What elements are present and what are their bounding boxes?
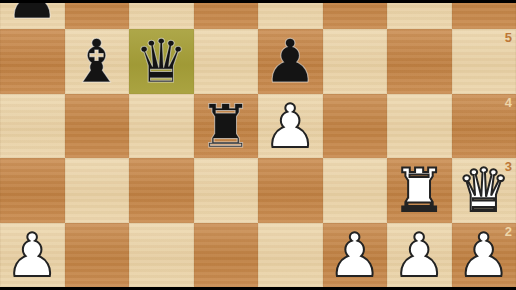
square-d4[interactable]: ♜︎ — [194, 94, 259, 159]
white-queen-h3[interactable]: ♛︎ — [452, 158, 516, 223]
rank-label-4: 4 — [505, 96, 512, 109]
square-g2[interactable]: ♟︎ — [387, 223, 452, 288]
square-f2[interactable]: ♟︎ — [323, 223, 388, 288]
square-d3[interactable] — [194, 158, 259, 223]
square-g6[interactable] — [387, 3, 452, 29]
square-b4[interactable] — [65, 94, 130, 159]
square-h3[interactable]: 3♛︎ — [452, 158, 516, 223]
square-b2[interactable] — [65, 223, 130, 288]
square-d5[interactable] — [194, 29, 259, 94]
square-h5[interactable]: 5 — [452, 29, 516, 94]
board-viewport: ♟︎♝︎♛︎♟︎5♜︎♟︎4♜︎3♛︎♟︎♟︎♟︎2♟︎ — [0, 3, 516, 287]
square-c2[interactable] — [129, 223, 194, 288]
white-pawn-h2[interactable]: ♟︎ — [452, 223, 516, 288]
square-b5[interactable]: ♝︎ — [65, 29, 130, 94]
white-pawn-f2[interactable]: ♟︎ — [323, 223, 388, 288]
black-pawn-e5[interactable]: ♟︎ — [258, 29, 323, 94]
square-a6[interactable]: ♟︎ — [0, 3, 65, 29]
white-pawn-e4[interactable]: ♟︎ — [258, 94, 323, 159]
square-c5[interactable]: ♛︎ — [129, 29, 194, 94]
square-e2[interactable] — [258, 223, 323, 288]
black-bishop-b5[interactable]: ♝︎ — [65, 29, 130, 94]
square-g5[interactable] — [387, 29, 452, 94]
black-queen-c5[interactable]: ♛︎ — [129, 29, 194, 94]
square-d2[interactable] — [194, 223, 259, 288]
square-a2[interactable]: ♟︎ — [0, 223, 65, 288]
square-c6[interactable] — [129, 3, 194, 29]
square-c4[interactable] — [129, 94, 194, 159]
square-h2[interactable]: 2♟︎ — [452, 223, 516, 288]
square-b6[interactable] — [65, 3, 130, 29]
black-pawn-a6[interactable]: ♟︎ — [0, 3, 65, 29]
square-b3[interactable] — [65, 158, 130, 223]
black-rook-d4[interactable]: ♜︎ — [194, 94, 259, 159]
rank-label-5: 5 — [505, 31, 512, 44]
square-f3[interactable] — [323, 158, 388, 223]
square-d6[interactable] — [194, 3, 259, 29]
square-e4[interactable]: ♟︎ — [258, 94, 323, 159]
white-pawn-a2[interactable]: ♟︎ — [0, 223, 65, 288]
square-a5[interactable] — [0, 29, 65, 94]
square-f5[interactable] — [323, 29, 388, 94]
square-g3[interactable]: ♜︎ — [387, 158, 452, 223]
square-h4[interactable]: 4 — [452, 94, 516, 159]
square-a3[interactable] — [0, 158, 65, 223]
chess-board: ♟︎♝︎♛︎♟︎5♜︎♟︎4♜︎3♛︎♟︎♟︎♟︎2♟︎ — [0, 3, 516, 287]
white-pawn-g2[interactable]: ♟︎ — [387, 223, 452, 288]
white-rook-g3[interactable]: ♜︎ — [387, 158, 452, 223]
square-e5[interactable]: ♟︎ — [258, 29, 323, 94]
square-h6[interactable] — [452, 3, 516, 29]
square-a4[interactable] — [0, 94, 65, 159]
square-e3[interactable] — [258, 158, 323, 223]
square-e6[interactable] — [258, 3, 323, 29]
square-f4[interactable] — [323, 94, 388, 159]
square-f6[interactable] — [323, 3, 388, 29]
square-c3[interactable] — [129, 158, 194, 223]
video-frame: ♟︎♝︎♛︎♟︎5♜︎♟︎4♜︎3♛︎♟︎♟︎♟︎2♟︎ — [0, 0, 516, 290]
square-g4[interactable] — [387, 94, 452, 159]
